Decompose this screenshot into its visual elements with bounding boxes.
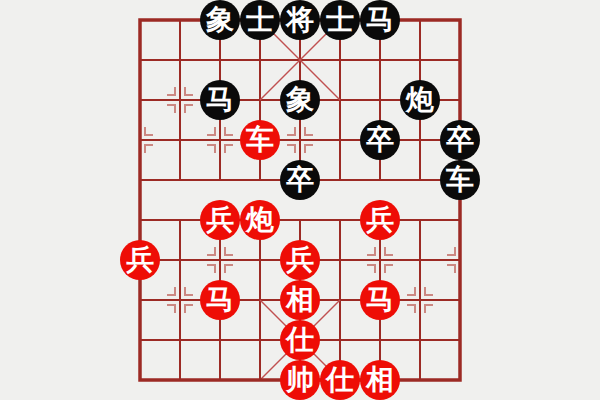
black-elephant-piece[interactable]: 象	[280, 80, 320, 120]
board-point[interactable]: 帅	[280, 360, 320, 400]
board-point[interactable]: 车	[240, 120, 280, 160]
xiangqi-board-screen: 象士将士马马象炮车卒卒卒车兵炮兵兵兵马相马仕帅仕相	[0, 0, 600, 400]
board-point[interactable]: 卒	[360, 120, 400, 160]
red-advisor-piece[interactable]: 仕	[320, 360, 360, 400]
board-point[interactable]: 卒	[440, 120, 480, 160]
board-point[interactable]: 士	[240, 0, 280, 40]
black-advisor-piece[interactable]: 士	[240, 0, 280, 40]
board-point[interactable]: 车	[440, 160, 480, 200]
black-soldier-piece[interactable]: 卒	[440, 120, 480, 160]
red-elephant-piece[interactable]: 相	[360, 360, 400, 400]
red-soldier-piece[interactable]: 兵	[120, 240, 160, 280]
board-point[interactable]: 象	[280, 80, 320, 120]
board-point[interactable]: 士	[320, 0, 360, 40]
board-point[interactable]: 象	[200, 0, 240, 40]
board-point[interactable]: 相	[360, 360, 400, 400]
red-advisor-piece[interactable]: 仕	[280, 320, 320, 360]
black-general-piece[interactable]: 将	[280, 0, 320, 40]
board-point[interactable]: 马	[200, 280, 240, 320]
board-point[interactable]: 兵	[200, 200, 240, 240]
black-horse-piece[interactable]: 马	[360, 0, 400, 40]
red-horse-piece[interactable]: 马	[200, 280, 240, 320]
board-point[interactable]: 马	[360, 0, 400, 40]
red-cannon-piece[interactable]: 炮	[240, 200, 280, 240]
board-point[interactable]: 卒	[280, 160, 320, 200]
board-point[interactable]: 兵	[280, 240, 320, 280]
board-point[interactable]: 仕	[320, 360, 360, 400]
board-point[interactable]: 相	[280, 280, 320, 320]
board-point[interactable]: 马	[360, 280, 400, 320]
board-point[interactable]: 兵	[360, 200, 400, 240]
red-soldier-piece[interactable]: 兵	[360, 200, 400, 240]
board-point[interactable]: 马	[200, 80, 240, 120]
board-point[interactable]: 将	[280, 0, 320, 40]
black-soldier-piece[interactable]: 卒	[360, 120, 400, 160]
black-advisor-piece[interactable]: 士	[320, 0, 360, 40]
red-general-piece[interactable]: 帅	[280, 360, 320, 400]
board-point[interactable]: 仕	[280, 320, 320, 360]
red-soldier-piece[interactable]: 兵	[280, 240, 320, 280]
black-elephant-piece[interactable]: 象	[200, 0, 240, 40]
red-soldier-piece[interactable]: 兵	[200, 200, 240, 240]
red-horse-piece[interactable]: 马	[360, 280, 400, 320]
red-chariot-piece[interactable]: 车	[240, 120, 280, 160]
board-point[interactable]: 兵	[120, 240, 160, 280]
board-grid[interactable]: 象士将士马马象炮车卒卒卒车兵炮兵兵兵马相马仕帅仕相	[120, 0, 480, 400]
board-point[interactable]: 炮	[400, 80, 440, 120]
black-horse-piece[interactable]: 马	[200, 80, 240, 120]
black-chariot-piece[interactable]: 车	[440, 160, 480, 200]
red-elephant-piece[interactable]: 相	[280, 280, 320, 320]
board-point[interactable]: 炮	[240, 200, 280, 240]
black-cannon-piece[interactable]: 炮	[400, 80, 440, 120]
black-soldier-piece[interactable]: 卒	[280, 160, 320, 200]
